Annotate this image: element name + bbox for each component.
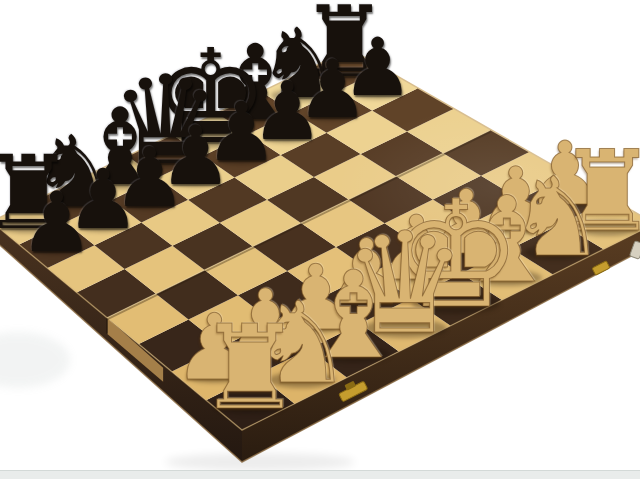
piece-black-pawn[interactable]: ♟ <box>19 181 94 264</box>
chess-set-photo: ♜♟♞♟♝♟♚♟♛♟♝♟♟♞♜♟♟♜♟♟♞♟♝♟♚♟♛♟♝♟♞♜ <box>0 0 640 479</box>
background-shadow-blob <box>0 332 70 388</box>
piece-white-rook[interactable]: ♜ <box>198 310 302 427</box>
board-drop-shadow <box>165 453 355 471</box>
page-footer-strip <box>0 470 640 479</box>
